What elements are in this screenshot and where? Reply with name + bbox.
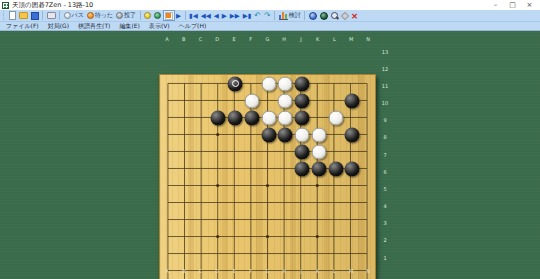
pass-stone-icon (64, 12, 71, 19)
menu-record-replay[interactable]: 棋譜再生(T) (78, 22, 110, 31)
pass-button[interactable]: パス (62, 10, 85, 21)
undo-stone-icon (87, 12, 94, 19)
stone-K10[interactable] (311, 128, 326, 143)
open-file-button[interactable] (17, 10, 29, 21)
coord-right-9: 9 (381, 117, 389, 123)
nav-fast-forward-button[interactable]: ▶▶ (228, 10, 241, 21)
save-file-button[interactable] (29, 10, 40, 21)
stone-E11[interactable] (228, 110, 243, 125)
coord-bottom-J: J (297, 268, 305, 274)
resign-icon (116, 12, 123, 19)
printer-icon (47, 12, 56, 19)
undo-label: 待った (95, 11, 113, 20)
hint-icon (144, 12, 151, 19)
toolbar-separator (274, 11, 275, 20)
coord-right-7: 7 (381, 152, 389, 158)
stone-J11[interactable] (295, 110, 310, 125)
orange-panel-icon (165, 12, 173, 20)
coord-bottom-F: F (247, 268, 255, 274)
board-view-button[interactable] (163, 10, 175, 21)
coord-right-13: 13 (381, 49, 389, 55)
nav-last-button[interactable]: ▶▮ (241, 10, 253, 21)
menu-game[interactable]: 対局(G) (48, 22, 69, 31)
stone-G13[interactable] (261, 76, 276, 91)
coord-bottom-M: M (347, 268, 355, 274)
curved-arrow-left-icon: ↶ (254, 11, 261, 21)
blue-sphere-icon (309, 12, 317, 20)
new-game-button[interactable] (7, 10, 17, 21)
stone-E13[interactable] (228, 76, 243, 91)
coord-top-E: E (230, 36, 238, 42)
coord-bottom-D: D (213, 268, 221, 274)
rotate-left-button[interactable]: ↶ (253, 10, 263, 21)
coord-right-12: 12 (381, 66, 389, 72)
stone-G10[interactable] (261, 128, 276, 143)
pass-label: パス (72, 11, 84, 20)
territory-button[interactable] (153, 10, 163, 21)
nav-last-icon: ▶▮ (243, 11, 252, 21)
open-folder-icon (19, 12, 28, 19)
coord-right-1: 1 (381, 255, 389, 261)
window-title: 天頂の囲碁7Zen - 13路-10 (12, 0, 93, 10)
stone-G11[interactable] (261, 110, 276, 125)
table-background: AABBCCDDEEFFGGHHJJKKLLMMNN13121110987654… (0, 31, 540, 279)
app-icon (2, 2, 9, 9)
board-grid (160, 75, 375, 279)
coord-top-F: F (247, 36, 255, 42)
red-close-icon: × (351, 11, 359, 21)
stone-J10[interactable] (295, 128, 310, 143)
stone-K9[interactable] (311, 145, 326, 160)
coord-right-4: 4 (381, 203, 389, 209)
save-icon (31, 12, 39, 20)
hint-button[interactable] (143, 10, 153, 21)
toolbar-separator (185, 11, 186, 20)
coord-right-2: 2 (381, 237, 389, 243)
coord-top-B: B (180, 36, 188, 42)
toolbar-grip (3, 11, 5, 20)
print-button[interactable] (45, 10, 57, 21)
network-button[interactable] (318, 10, 329, 21)
coord-right-3: 3 (381, 220, 389, 226)
nav-first-button[interactable]: ▮◀ (188, 10, 200, 21)
maximize-button[interactable]: □ (504, 0, 521, 10)
coord-right-6: 6 (381, 169, 389, 175)
stone-J12[interactable] (295, 93, 310, 108)
curved-arrow-right-icon: ↷ (264, 11, 271, 21)
coord-top-C: C (197, 36, 205, 42)
nav-first-icon: ▮◀ (189, 11, 198, 21)
stone-J8[interactable] (295, 162, 310, 177)
stone-M10[interactable] (345, 128, 360, 143)
title-bar: 天頂の囲碁7Zen - 13路-10 – □ × (0, 0, 540, 10)
stone-D11[interactable] (211, 110, 226, 125)
toolbar-separator (140, 11, 141, 20)
close-button[interactable]: × (521, 0, 538, 10)
toolbar-separator (304, 11, 305, 20)
review-button[interactable]: 検討 (277, 10, 302, 21)
coord-right-10: 10 (381, 100, 389, 106)
nav-back-button[interactable]: ◀ (212, 10, 220, 21)
coord-bottom-E: E (230, 268, 238, 274)
stone-J13[interactable] (295, 76, 310, 91)
rotate-right-button[interactable]: ↷ (262, 10, 272, 21)
coord-top-H: H (280, 36, 288, 42)
play-button[interactable]: ▶ (175, 10, 183, 21)
diamond-icon (340, 11, 348, 19)
menu-help[interactable]: ヘルプ(H) (179, 22, 207, 31)
coord-bottom-N: N (364, 268, 372, 274)
globe-icon (320, 12, 328, 20)
resign-button[interactable]: 投了 (115, 10, 138, 21)
stone-F12[interactable] (244, 93, 259, 108)
nav-fast-back-button[interactable]: ◀◀ (199, 10, 212, 21)
bar-chart-icon (279, 11, 288, 20)
stone-L11[interactable] (328, 110, 343, 125)
coord-top-N: N (364, 36, 372, 42)
coord-top-M: M (347, 36, 355, 42)
stone-F11[interactable] (244, 110, 259, 125)
coord-top-J: J (297, 36, 305, 42)
window-controls: – □ × (487, 0, 538, 10)
review-label: 検討 (289, 11, 301, 20)
last-move-marker (232, 80, 239, 87)
nav-fast-forward-icon: ▶▶ (230, 11, 240, 21)
menu-edit[interactable]: 編集(E) (119, 22, 139, 31)
close-record-button[interactable]: × (349, 10, 360, 21)
coord-bottom-H: H (280, 268, 288, 274)
go-board[interactable] (159, 74, 376, 279)
play-icon: ▶ (176, 11, 181, 21)
stone-H10[interactable] (278, 128, 293, 143)
undo-move-button[interactable]: 待った (85, 10, 114, 21)
magnifier-icon (331, 12, 339, 20)
sound-button[interactable] (307, 10, 318, 21)
stone-M8[interactable] (345, 162, 360, 177)
minimize-button[interactable]: – (487, 0, 504, 10)
menu-file[interactable]: ファイル(F) (6, 22, 39, 31)
new-file-icon (9, 11, 16, 20)
toolbar-separator (59, 11, 60, 20)
nav-fast-back-icon: ◀◀ (201, 11, 211, 21)
coord-bottom-L: L (331, 268, 339, 274)
coord-top-K: K (314, 36, 322, 42)
coord-top-L: L (331, 36, 339, 42)
coord-bottom-A: A (163, 268, 171, 274)
toolbar-separator (42, 11, 43, 20)
coord-top-G: G (264, 36, 272, 42)
coord-top-D: D (213, 36, 221, 42)
stone-L8[interactable] (328, 162, 343, 177)
menu-bar: ファイル(F) 対局(G) 棋譜再生(T) 編集(E) 表示(V) ヘルプ(H) (0, 22, 540, 31)
territory-icon (154, 12, 161, 19)
coord-top-A: A (163, 36, 171, 42)
nav-forward-button[interactable]: ▶ (220, 10, 228, 21)
edit-mode-button[interactable] (340, 10, 349, 21)
coord-right-11: 11 (381, 83, 389, 89)
stone-H13[interactable] (278, 76, 293, 91)
toolbar: パス 待った 投了 ▶ ▮◀ ◀◀ ◀ ▶ ▶▶ ▶▮ ↶ ↷ 検討 × (0, 10, 540, 22)
zoom-button[interactable] (329, 10, 340, 21)
nav-back-icon: ◀ (214, 11, 219, 21)
stone-H11[interactable] (278, 110, 293, 125)
coord-bottom-K: K (314, 268, 322, 274)
coord-right-5: 5 (381, 186, 389, 192)
coord-right-8: 8 (381, 134, 389, 140)
coord-bottom-C: C (197, 268, 205, 274)
stone-J9[interactable] (295, 145, 310, 160)
stone-K8[interactable] (311, 162, 326, 177)
app-window: 天頂の囲碁7Zen - 13路-10 – □ × パス 待った 投了 ▶ ▮◀ … (0, 0, 540, 279)
coord-bottom-B: B (180, 268, 188, 274)
nav-forward-icon: ▶ (222, 11, 227, 21)
resign-label: 投了 (124, 11, 136, 20)
coord-bottom-G: G (264, 268, 272, 274)
stone-M12[interactable] (345, 93, 360, 108)
menu-view[interactable]: 表示(V) (149, 22, 170, 31)
stone-H12[interactable] (278, 93, 293, 108)
